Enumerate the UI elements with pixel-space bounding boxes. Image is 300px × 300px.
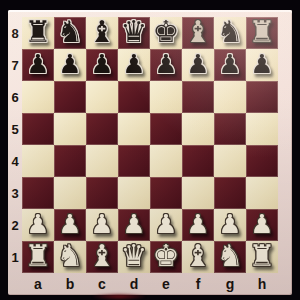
rank-label-6: 6 <box>8 81 22 113</box>
square-g6[interactable] <box>214 81 246 113</box>
piece-black-pawn[interactable]: ♟ <box>186 48 209 80</box>
square-e4[interactable] <box>150 145 182 177</box>
square-d5[interactable] <box>118 113 150 145</box>
file-labels: abcdefgh <box>22 273 278 294</box>
square-h6[interactable] <box>246 81 278 113</box>
square-g7[interactable]: ♟ <box>214 49 246 81</box>
square-b6[interactable] <box>54 81 86 113</box>
square-g5[interactable] <box>214 113 246 145</box>
square-a5[interactable] <box>22 113 54 145</box>
square-f8[interactable]: ♝ <box>182 17 214 49</box>
square-g4[interactable] <box>214 145 246 177</box>
square-c4[interactable] <box>86 145 118 177</box>
square-c7[interactable]: ♟ <box>86 49 118 81</box>
square-e7[interactable]: ♟ <box>150 49 182 81</box>
square-e1[interactable]: ♚ <box>150 241 182 273</box>
square-b8[interactable]: ♞ <box>54 17 86 49</box>
square-b4[interactable] <box>54 145 86 177</box>
piece-white-pawn[interactable]: ♟ <box>26 208 49 240</box>
square-f6[interactable] <box>182 81 214 113</box>
piece-white-pawn[interactable]: ♟ <box>122 208 145 240</box>
square-h3[interactable] <box>246 177 278 209</box>
square-g8[interactable]: ♞ <box>214 17 246 49</box>
square-g3[interactable] <box>214 177 246 209</box>
photo-smudge <box>92 293 146 300</box>
piece-black-pawn[interactable]: ♟ <box>90 48 113 80</box>
rank-label-4: 4 <box>8 145 22 177</box>
piece-black-king[interactable]: ♚ <box>153 16 180 48</box>
piece-white-pawn[interactable]: ♟ <box>218 208 241 240</box>
square-h5[interactable] <box>246 113 278 145</box>
square-b1[interactable]: ♞ <box>54 241 86 273</box>
piece-white-king[interactable]: ♚ <box>153 240 180 272</box>
rank-label-7: 7 <box>8 49 22 81</box>
piece-white-pawn[interactable]: ♟ <box>90 208 113 240</box>
square-c5[interactable] <box>86 113 118 145</box>
square-h8[interactable]: ♜ <box>246 17 278 49</box>
piece-white-bishop[interactable]: ♝ <box>185 240 212 272</box>
square-g2[interactable]: ♟ <box>214 209 246 241</box>
square-a1[interactable]: ♜ <box>22 241 54 273</box>
square-d3[interactable] <box>118 177 150 209</box>
piece-white-bishop[interactable]: ♝ <box>89 240 116 272</box>
square-h2[interactable]: ♟ <box>246 209 278 241</box>
square-c2[interactable]: ♟ <box>86 209 118 241</box>
square-a8[interactable]: ♜ <box>22 17 54 49</box>
square-b3[interactable] <box>54 177 86 209</box>
file-label-d: d <box>118 273 150 294</box>
piece-black-knight[interactable]: ♞ <box>57 16 84 48</box>
square-d4[interactable] <box>118 145 150 177</box>
square-c3[interactable] <box>86 177 118 209</box>
square-c8[interactable]: ♝ <box>86 17 118 49</box>
file-label-g: g <box>214 273 246 294</box>
board-frame: 87654321 ♜♞♝♛♚♝♞♜♟♟♟♟♟♟♟♟♟♟♟♟♟♟♟♟♜♞♝♛♚♝♞… <box>8 10 292 295</box>
piece-white-pawn[interactable]: ♟ <box>154 208 177 240</box>
rank-label-8: 8 <box>8 17 22 49</box>
square-d7[interactable]: ♟ <box>118 49 150 81</box>
square-f7[interactable]: ♟ <box>182 49 214 81</box>
file-label-f: f <box>182 273 214 294</box>
square-b2[interactable]: ♟ <box>54 209 86 241</box>
square-d1[interactable]: ♛ <box>118 241 150 273</box>
square-e6[interactable] <box>150 81 182 113</box>
square-f3[interactable] <box>182 177 214 209</box>
file-label-e: e <box>150 273 182 294</box>
piece-white-knight[interactable]: ♞ <box>57 240 84 272</box>
piece-white-rook[interactable]: ♜ <box>249 240 276 272</box>
square-e8[interactable]: ♚ <box>150 17 182 49</box>
square-a7[interactable]: ♟ <box>22 49 54 81</box>
square-h4[interactable] <box>246 145 278 177</box>
piece-black-pawn[interactable]: ♟ <box>218 48 241 80</box>
piece-white-knight[interactable]: ♞ <box>217 240 244 272</box>
piece-black-pawn[interactable]: ♟ <box>26 48 49 80</box>
piece-black-pawn[interactable]: ♟ <box>58 48 81 80</box>
chessboard-photo: 87654321 ♜♞♝♛♚♝♞♜♟♟♟♟♟♟♟♟♟♟♟♟♟♟♟♟♜♞♝♛♚♝♞… <box>0 0 300 300</box>
piece-black-pawn[interactable]: ♟ <box>154 48 177 80</box>
piece-white-pawn[interactable]: ♟ <box>250 208 273 240</box>
square-a3[interactable] <box>22 177 54 209</box>
rank-labels: 87654321 <box>8 17 22 273</box>
square-d2[interactable]: ♟ <box>118 209 150 241</box>
square-g1[interactable]: ♞ <box>214 241 246 273</box>
rank-label-3: 3 <box>8 177 22 209</box>
square-c6[interactable] <box>86 81 118 113</box>
square-d8[interactable]: ♛ <box>118 17 150 49</box>
file-label-a: a <box>22 273 54 294</box>
square-a2[interactable]: ♟ <box>22 209 54 241</box>
square-e3[interactable] <box>150 177 182 209</box>
square-b7[interactable]: ♟ <box>54 49 86 81</box>
rank-label-5: 5 <box>8 113 22 145</box>
square-f1[interactable]: ♝ <box>182 241 214 273</box>
rank-label-1: 1 <box>8 241 22 273</box>
piece-white-pawn[interactable]: ♟ <box>186 208 209 240</box>
piece-white-pawn[interactable]: ♟ <box>58 208 81 240</box>
square-e2[interactable]: ♟ <box>150 209 182 241</box>
piece-black-rook[interactable]: ♜ <box>25 16 52 48</box>
rank-label-2: 2 <box>8 209 22 241</box>
piece-white-rook[interactable]: ♜ <box>25 240 52 272</box>
piece-black-knight[interactable]: ♞ <box>217 16 244 48</box>
square-a6[interactable] <box>22 81 54 113</box>
square-f5[interactable] <box>182 113 214 145</box>
square-c1[interactable]: ♝ <box>86 241 118 273</box>
piece-black-pawn[interactable]: ♟ <box>122 48 145 80</box>
square-f4[interactable] <box>182 145 214 177</box>
square-f2[interactable]: ♟ <box>182 209 214 241</box>
square-a4[interactable] <box>22 145 54 177</box>
piece-white-queen[interactable]: ♛ <box>121 240 148 272</box>
piece-black-queen[interactable]: ♛ <box>121 16 148 48</box>
square-e5[interactable] <box>150 113 182 145</box>
square-h1[interactable]: ♜ <box>246 241 278 273</box>
piece-black-pawn[interactable]: ♟ <box>250 48 273 80</box>
square-h7[interactable]: ♟ <box>246 49 278 81</box>
file-label-b: b <box>54 273 86 294</box>
piece-black-bishop[interactable]: ♝ <box>185 16 212 48</box>
square-d6[interactable] <box>118 81 150 113</box>
piece-black-bishop[interactable]: ♝ <box>89 16 116 48</box>
file-label-h: h <box>246 273 278 294</box>
piece-black-rook[interactable]: ♜ <box>249 16 276 48</box>
file-label-c: c <box>86 273 118 294</box>
square-b5[interactable] <box>54 113 86 145</box>
board: ♜♞♝♛♚♝♞♜♟♟♟♟♟♟♟♟♟♟♟♟♟♟♟♟♜♞♝♛♚♝♞♜ <box>22 17 278 273</box>
